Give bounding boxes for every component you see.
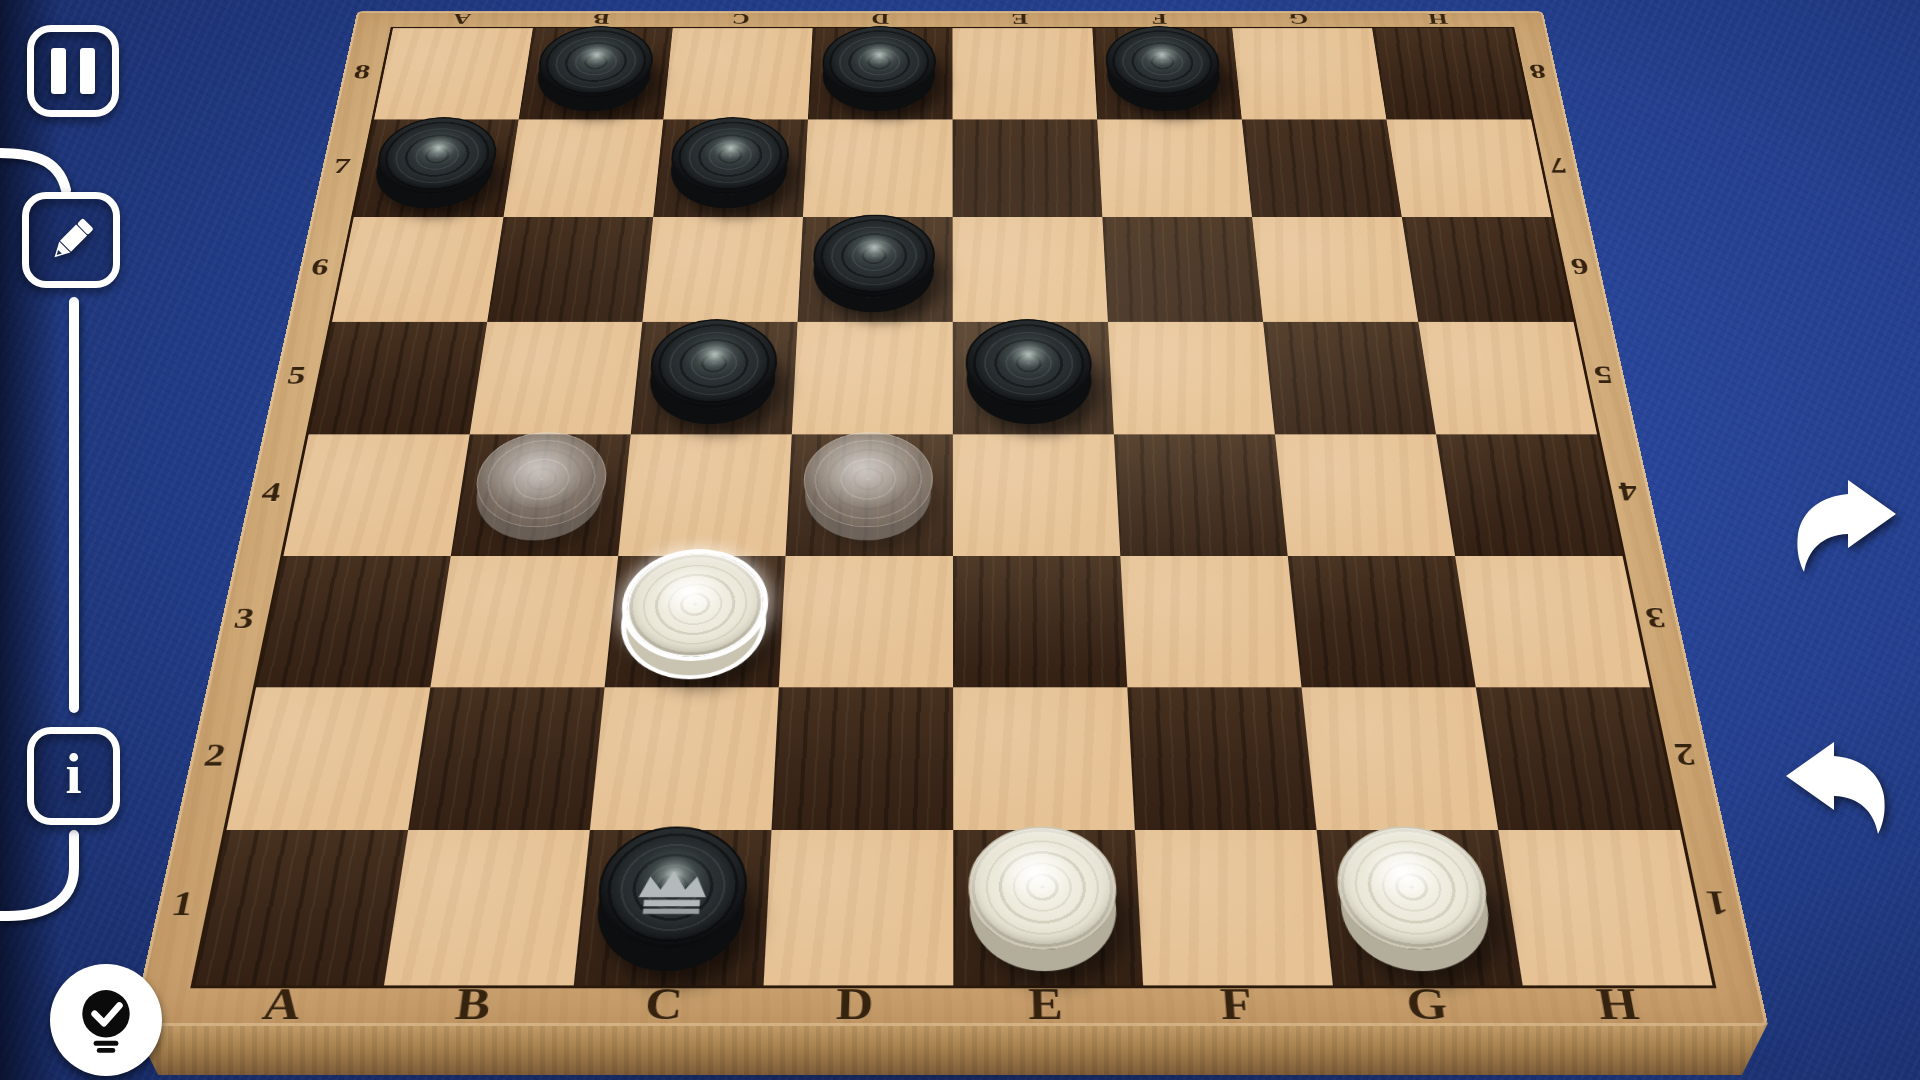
square-c8 xyxy=(663,28,812,119)
lightbulb-icon xyxy=(73,987,139,1053)
rank-label-right-6: 6 xyxy=(1568,253,1591,280)
square-d1 xyxy=(764,830,954,985)
square-a2 xyxy=(226,687,430,830)
square-e4 xyxy=(953,434,1120,555)
square-h3 xyxy=(1455,556,1650,687)
rank-label-left-4: 4 xyxy=(259,476,284,507)
square-b7 xyxy=(503,119,663,217)
square-h5 xyxy=(1418,322,1597,435)
rank-label-right-4: 4 xyxy=(1616,476,1641,507)
square-g3[interactable] xyxy=(1288,556,1476,687)
file-label-top-d: D xyxy=(871,10,889,28)
square-b5 xyxy=(470,322,643,435)
pencil-icon xyxy=(43,212,99,268)
rank-label-right-8: 8 xyxy=(1527,60,1548,84)
square-f3 xyxy=(1120,556,1301,687)
rank-label-right-3: 3 xyxy=(1642,601,1668,635)
square-b2[interactable] xyxy=(408,687,604,830)
piece-black-man-d8[interactable] xyxy=(821,26,936,98)
king-crown-icon xyxy=(630,867,714,916)
redo-arrow-icon xyxy=(1786,478,1898,574)
square-d3 xyxy=(779,556,953,687)
square-d7 xyxy=(803,119,953,217)
square-d2[interactable] xyxy=(772,687,954,830)
file-label-bottom-e: E xyxy=(1028,978,1064,1029)
rank-label-left-7: 7 xyxy=(331,153,353,178)
edit-button[interactable] xyxy=(22,192,120,288)
file-label-top-a: A xyxy=(452,10,473,28)
redo-button[interactable] xyxy=(1786,478,1898,578)
square-g4 xyxy=(1275,434,1455,555)
file-label-top-c: C xyxy=(731,10,750,28)
square-e6 xyxy=(953,217,1108,322)
square-b6[interactable] xyxy=(487,217,653,322)
square-h2[interactable] xyxy=(1476,687,1680,830)
square-g6 xyxy=(1252,217,1418,322)
file-label-top-g: G xyxy=(1288,10,1309,28)
square-h6[interactable] xyxy=(1402,217,1574,322)
square-g7[interactable] xyxy=(1242,119,1402,217)
square-f7 xyxy=(1097,119,1252,217)
piece-black-man-d6[interactable] xyxy=(811,215,935,298)
square-b3 xyxy=(430,556,618,687)
square-e3[interactable] xyxy=(953,556,1127,687)
rank-label-left-6: 6 xyxy=(309,253,332,280)
square-h1 xyxy=(1498,830,1712,985)
square-c2 xyxy=(590,687,779,830)
square-h4[interactable] xyxy=(1436,434,1623,555)
file-label-bottom-f: F xyxy=(1218,978,1254,1029)
square-g8 xyxy=(1232,28,1386,119)
square-e8 xyxy=(952,28,1097,119)
rank-label-left-3: 3 xyxy=(231,601,257,635)
file-label-top-e: E xyxy=(1011,10,1028,28)
square-f6[interactable] xyxy=(1102,217,1263,322)
board-front-edge xyxy=(132,1023,1768,1075)
undo-button[interactable] xyxy=(1784,740,1896,840)
square-a4 xyxy=(283,434,469,555)
file-label-top-b: B xyxy=(592,10,611,28)
hint-button[interactable] xyxy=(50,964,162,1076)
square-a8 xyxy=(374,28,533,119)
square-h7 xyxy=(1386,119,1551,217)
rank-label-right-5: 5 xyxy=(1591,361,1615,390)
file-label-bottom-a: A xyxy=(259,978,306,1029)
square-g5[interactable] xyxy=(1263,322,1436,435)
pause-icon xyxy=(44,48,102,94)
info-icon: i xyxy=(65,745,81,803)
rank-label-left-8: 8 xyxy=(352,60,373,84)
rank-label-right-2: 2 xyxy=(1671,736,1699,773)
rank-label-left-2: 2 xyxy=(201,736,229,773)
square-a1[interactable] xyxy=(194,830,408,985)
undo-arrow-icon xyxy=(1784,740,1896,836)
square-e7[interactable] xyxy=(953,119,1103,217)
file-label-bottom-d: D xyxy=(835,978,874,1029)
square-f1 xyxy=(1135,830,1333,985)
file-label-bottom-b: B xyxy=(452,978,493,1029)
square-f4[interactable] xyxy=(1114,434,1288,555)
file-label-bottom-g: G xyxy=(1404,978,1451,1029)
move-hint-ghost-piece-d4[interactable] xyxy=(802,432,933,527)
rank-label-right-7: 7 xyxy=(1547,153,1569,178)
file-label-bottom-c: C xyxy=(643,978,684,1029)
square-h8[interactable] xyxy=(1372,28,1531,119)
file-label-top-f: F xyxy=(1151,10,1167,28)
square-e2 xyxy=(953,687,1135,830)
square-c4 xyxy=(618,434,792,555)
square-c6 xyxy=(642,217,803,322)
pause-button[interactable] xyxy=(27,25,119,117)
square-a6 xyxy=(332,217,503,322)
rank-label-left-1: 1 xyxy=(168,883,197,923)
square-b1 xyxy=(384,830,590,985)
square-d5 xyxy=(792,322,953,435)
square-f2[interactable] xyxy=(1127,687,1316,830)
checkers-board: AABBCCDDEEFFGGHH1122334455667788 xyxy=(132,11,1769,1026)
info-button[interactable]: i xyxy=(27,727,120,825)
rank-label-right-1: 1 xyxy=(1702,883,1731,923)
rank-label-left-5: 5 xyxy=(285,361,309,390)
file-label-top-h: H xyxy=(1427,10,1449,28)
square-f5 xyxy=(1108,322,1275,435)
square-g2 xyxy=(1302,687,1499,830)
square-a5[interactable] xyxy=(309,322,488,435)
square-a3[interactable] xyxy=(256,556,451,687)
